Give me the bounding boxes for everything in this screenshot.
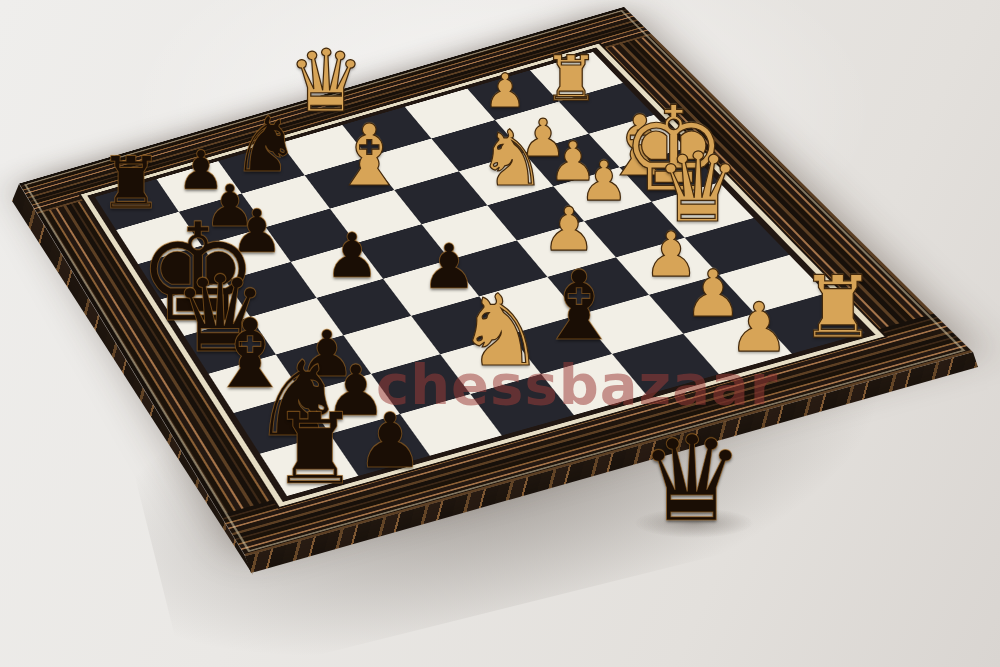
photo-stage: ♜♟♛♟♞♝♟♞♝♟♚♟♜♛♟♟♟♟♟♟♟♚♜♝♟♛♞♟♝♟♞♟♜♛ chess… — [0, 0, 1000, 667]
spare-white-queen-shadow — [286, 100, 366, 122]
watermark-text: chessbazaar — [376, 352, 778, 417]
spare-black-queen-shadow — [634, 508, 754, 538]
